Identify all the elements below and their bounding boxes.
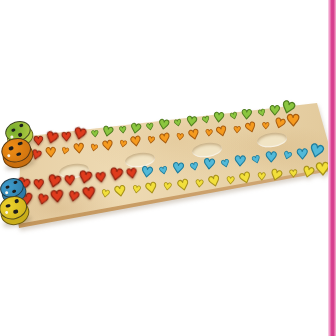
- red-heart-token[interactable]: ♥: [61, 130, 72, 145]
- orange-heart-space: ♥: [262, 121, 270, 132]
- game-board: [0, 0, 336, 336]
- red-heart-token[interactable]: ♥: [81, 184, 97, 204]
- green-heart-space: ♥: [90, 128, 99, 140]
- blue-heart-space: ♥: [140, 163, 155, 181]
- red-heart-token[interactable]: ♥: [107, 165, 124, 185]
- yellow-heart-space: ♥: [257, 171, 266, 183]
- yellow-heart-space: ♥: [226, 174, 235, 186]
- magenta-border-stripe: [328, 0, 336, 336]
- yellow-heart-space: ♥: [163, 181, 173, 194]
- pawn-spot: [7, 145, 13, 150]
- orange-heart-space: ♥: [204, 128, 213, 140]
- orange-heart-space: ♥: [101, 137, 114, 153]
- red-heart-token[interactable]: ♥: [125, 165, 139, 182]
- orange-heart-space: ♥: [233, 125, 241, 136]
- blue-heart-space: ♥: [171, 159, 185, 176]
- pawn-eye: [10, 134, 14, 138]
- pawn-eye: [4, 191, 8, 195]
- yellow-heart-space: ♥: [194, 178, 204, 191]
- blue-heart-space: ♥: [202, 156, 216, 173]
- yellow-heart-space: ♥: [288, 168, 297, 180]
- blue-heart-space: ♥: [296, 145, 309, 161]
- yellow-heart-space: ♥: [100, 187, 111, 200]
- orange-heart-space: ♥: [286, 112, 301, 130]
- orange-heart-space: ♥: [118, 138, 128, 150]
- orange-heart-space: ♥: [175, 131, 184, 143]
- pawn-eye: [6, 153, 10, 157]
- red-heart-token[interactable]: ♥: [33, 177, 45, 193]
- red-heart-token[interactable]: ♥: [94, 169, 107, 185]
- product-photo-canvas: ♥♥♥♥♥♥♥♥♥♥♥♥♥♥♥♥♥♥♥♥♥♥♥♥♥♥♥♥♥♥♥♥♥♥♥♥♥♥♥♥…: [0, 0, 336, 336]
- board-wrapper: ♥♥♥♥♥♥♥♥♥♥♥♥♥♥♥♥♥♥♥♥♥♥♥♥♥♥♥♥♥♥♥♥♥♥♥♥♥♥♥♥…: [0, 0, 336, 336]
- yellow-heart-space: ♥: [268, 165, 285, 184]
- blue-heart-space: ♥: [234, 153, 247, 169]
- green-heart-space: ♥: [118, 125, 127, 137]
- red-heart-token[interactable]: ♥: [50, 188, 66, 207]
- red-heart-token[interactable]: ♥: [64, 173, 77, 189]
- blue-heart-space: ♥: [265, 149, 278, 165]
